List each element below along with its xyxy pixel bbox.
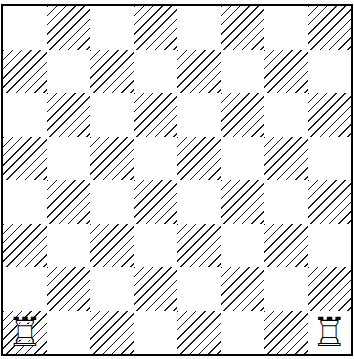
square-e1[interactable]: [177, 311, 221, 355]
square-c4[interactable]: [90, 180, 134, 224]
square-f8[interactable]: [221, 6, 265, 50]
chess-board: ♜♖♜♖: [1, 4, 353, 356]
square-f6[interactable]: [221, 93, 265, 137]
square-h1[interactable]: ♜♖: [308, 311, 352, 355]
white-rook-outline-glyph: ♖: [308, 311, 352, 355]
square-b4[interactable]: [47, 180, 91, 224]
square-f7[interactable]: [221, 50, 265, 94]
square-b7[interactable]: [47, 50, 91, 94]
square-a7[interactable]: [3, 50, 47, 94]
square-a1[interactable]: ♜♖: [3, 311, 47, 355]
square-d5[interactable]: [134, 137, 178, 181]
square-e7[interactable]: [177, 50, 221, 94]
square-d6[interactable]: [134, 93, 178, 137]
square-c7[interactable]: [90, 50, 134, 94]
square-d1[interactable]: [134, 311, 178, 355]
square-e8[interactable]: [177, 6, 221, 50]
square-b3[interactable]: [47, 224, 91, 268]
square-f3[interactable]: [221, 224, 265, 268]
square-a8[interactable]: [3, 6, 47, 50]
square-e6[interactable]: [177, 93, 221, 137]
square-d7[interactable]: [134, 50, 178, 94]
square-g7[interactable]: [264, 50, 308, 94]
square-h2[interactable]: [308, 267, 352, 311]
square-g1[interactable]: [264, 311, 308, 355]
square-c2[interactable]: [90, 267, 134, 311]
square-g3[interactable]: [264, 224, 308, 268]
square-b1[interactable]: [47, 311, 91, 355]
square-e2[interactable]: [177, 267, 221, 311]
square-b8[interactable]: [47, 6, 91, 50]
square-f2[interactable]: [221, 267, 265, 311]
square-c8[interactable]: [90, 6, 134, 50]
square-g8[interactable]: [264, 6, 308, 50]
square-h7[interactable]: [308, 50, 352, 94]
white-rook-piece[interactable]: ♜♖: [308, 311, 352, 355]
square-b5[interactable]: [47, 137, 91, 181]
square-a5[interactable]: [3, 137, 47, 181]
square-e4[interactable]: [177, 180, 221, 224]
square-f1[interactable]: [221, 311, 265, 355]
square-d8[interactable]: [134, 6, 178, 50]
square-e3[interactable]: [177, 224, 221, 268]
white-rook-piece[interactable]: ♜♖: [3, 311, 47, 355]
square-g4[interactable]: [264, 180, 308, 224]
square-g6[interactable]: [264, 93, 308, 137]
square-h8[interactable]: [308, 6, 352, 50]
square-a2[interactable]: [3, 267, 47, 311]
square-a4[interactable]: [3, 180, 47, 224]
square-c5[interactable]: [90, 137, 134, 181]
white-rook-outline-glyph: ♖: [3, 311, 47, 355]
square-h4[interactable]: [308, 180, 352, 224]
square-b2[interactable]: [47, 267, 91, 311]
square-h5[interactable]: [308, 137, 352, 181]
square-f4[interactable]: [221, 180, 265, 224]
square-h3[interactable]: [308, 224, 352, 268]
square-g5[interactable]: [264, 137, 308, 181]
square-d3[interactable]: [134, 224, 178, 268]
square-d4[interactable]: [134, 180, 178, 224]
square-c6[interactable]: [90, 93, 134, 137]
square-g2[interactable]: [264, 267, 308, 311]
square-c3[interactable]: [90, 224, 134, 268]
square-e5[interactable]: [177, 137, 221, 181]
square-f5[interactable]: [221, 137, 265, 181]
square-h6[interactable]: [308, 93, 352, 137]
square-c1[interactable]: [90, 311, 134, 355]
square-b6[interactable]: [47, 93, 91, 137]
square-d2[interactable]: [134, 267, 178, 311]
square-a6[interactable]: [3, 93, 47, 137]
chess-diagram-page: ♜♖♜♖: [0, 0, 354, 359]
square-a3[interactable]: [3, 224, 47, 268]
